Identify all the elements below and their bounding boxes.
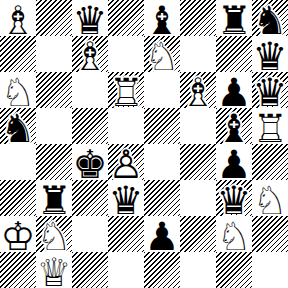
piece-halo: ♚ bbox=[0, 216, 36, 252]
square-g8[interactable]: ♜♜ bbox=[216, 0, 252, 36]
piece-halo: ♞ bbox=[0, 72, 36, 108]
piece-glyph: ♗ bbox=[0, 0, 36, 36]
piece-glyph: ♖ bbox=[252, 108, 288, 144]
piece-glyph: ♟ bbox=[216, 144, 252, 180]
piece-glyph: ♘ bbox=[252, 180, 288, 216]
square-f6[interactable]: ♝♗ bbox=[180, 72, 216, 108]
square-b2[interactable]: ♞♘ bbox=[36, 216, 72, 252]
square-a1[interactable] bbox=[0, 252, 36, 288]
piece-halo: ♝ bbox=[0, 0, 36, 36]
piece-glyph: ♜ bbox=[36, 180, 72, 216]
square-e2[interactable]: ♟♟ bbox=[144, 216, 180, 252]
square-f3[interactable] bbox=[180, 180, 216, 216]
square-d8[interactable] bbox=[108, 0, 144, 36]
black-pawn: ♟♟ bbox=[216, 144, 252, 180]
piece-halo: ♛ bbox=[252, 72, 288, 108]
piece-halo: ♜ bbox=[36, 180, 72, 216]
piece-halo: ♜ bbox=[216, 0, 252, 36]
piece-glyph: ♗ bbox=[180, 72, 216, 108]
piece-glyph: ♜ bbox=[216, 0, 252, 36]
square-e6[interactable] bbox=[144, 72, 180, 108]
piece-halo: ♜ bbox=[108, 72, 144, 108]
square-b5[interactable] bbox=[36, 108, 72, 144]
square-h3[interactable]: ♞♘ bbox=[252, 180, 288, 216]
piece-halo: ♝ bbox=[180, 72, 216, 108]
square-e3[interactable] bbox=[144, 180, 180, 216]
piece-halo: ♛ bbox=[252, 36, 288, 72]
black-queen: ♛♛ bbox=[216, 180, 252, 216]
square-a6[interactable]: ♞♘ bbox=[0, 72, 36, 108]
black-queen: ♛♛ bbox=[108, 180, 144, 216]
square-f8[interactable] bbox=[180, 0, 216, 36]
square-e5[interactable] bbox=[144, 108, 180, 144]
square-f2[interactable] bbox=[180, 216, 216, 252]
black-pawn: ♟♟ bbox=[144, 216, 180, 252]
square-e7[interactable]: ♞♘ bbox=[144, 36, 180, 72]
square-e8[interactable]: ♝♝ bbox=[144, 0, 180, 36]
piece-halo: ♟ bbox=[144, 216, 180, 252]
square-c7[interactable]: ♝♗ bbox=[72, 36, 108, 72]
square-b4[interactable] bbox=[36, 144, 72, 180]
square-b3[interactable]: ♜♜ bbox=[36, 180, 72, 216]
square-d4[interactable]: ♟♙ bbox=[108, 144, 144, 180]
black-bishop: ♝♝ bbox=[216, 108, 252, 144]
square-a3[interactable] bbox=[0, 180, 36, 216]
square-e4[interactable] bbox=[144, 144, 180, 180]
piece-glyph: ♘ bbox=[144, 36, 180, 72]
piece-halo: ♝ bbox=[216, 108, 252, 144]
square-g7[interactable] bbox=[216, 36, 252, 72]
square-d7[interactable] bbox=[108, 36, 144, 72]
square-b1[interactable]: ♛♕ bbox=[36, 252, 72, 288]
white-knight: ♞♘ bbox=[252, 180, 288, 216]
square-g3[interactable]: ♛♛ bbox=[216, 180, 252, 216]
square-h5[interactable]: ♜♖ bbox=[252, 108, 288, 144]
black-knight: ♞♞ bbox=[252, 0, 288, 36]
square-a5[interactable]: ♞♞ bbox=[0, 108, 36, 144]
piece-halo: ♞ bbox=[252, 180, 288, 216]
white-bishop: ♝♗ bbox=[72, 36, 108, 72]
piece-halo: ♝ bbox=[72, 36, 108, 72]
piece-glyph: ♛ bbox=[72, 0, 108, 36]
piece-halo: ♛ bbox=[216, 180, 252, 216]
square-f1[interactable] bbox=[180, 252, 216, 288]
white-knight: ♞♘ bbox=[144, 36, 180, 72]
piece-glyph: ♙ bbox=[108, 144, 144, 180]
piece-glyph: ♘ bbox=[216, 216, 252, 252]
piece-glyph: ♘ bbox=[0, 72, 36, 108]
square-c4[interactable]: ♚♚ bbox=[72, 144, 108, 180]
square-a2[interactable]: ♚♔ bbox=[0, 216, 36, 252]
piece-halo: ♞ bbox=[0, 108, 36, 144]
white-knight: ♞♘ bbox=[216, 216, 252, 252]
square-h6[interactable]: ♛♛ bbox=[252, 72, 288, 108]
square-g2[interactable]: ♞♘ bbox=[216, 216, 252, 252]
square-h7[interactable]: ♛♛ bbox=[252, 36, 288, 72]
white-pawn: ♟♙ bbox=[108, 144, 144, 180]
piece-glyph: ♛ bbox=[216, 180, 252, 216]
piece-glyph: ♘ bbox=[36, 216, 72, 252]
square-c5[interactable] bbox=[72, 108, 108, 144]
piece-glyph: ♛ bbox=[252, 72, 288, 108]
square-a4[interactable] bbox=[0, 144, 36, 180]
black-king: ♚♚ bbox=[72, 144, 108, 180]
piece-halo: ♞ bbox=[252, 0, 288, 36]
black-bishop: ♝♝ bbox=[144, 0, 180, 36]
piece-glyph: ♛ bbox=[108, 180, 144, 216]
square-d6[interactable]: ♜♖ bbox=[108, 72, 144, 108]
square-c3[interactable] bbox=[72, 180, 108, 216]
square-c8[interactable]: ♛♛ bbox=[72, 0, 108, 36]
piece-glyph: ♞ bbox=[0, 108, 36, 144]
piece-halo: ♞ bbox=[36, 216, 72, 252]
black-rook: ♜♜ bbox=[36, 180, 72, 216]
square-a7[interactable] bbox=[0, 36, 36, 72]
square-g4[interactable]: ♟♟ bbox=[216, 144, 252, 180]
black-rook: ♜♜ bbox=[216, 0, 252, 36]
piece-glyph: ♝ bbox=[216, 108, 252, 144]
piece-halo: ♚ bbox=[72, 144, 108, 180]
square-g1[interactable] bbox=[216, 252, 252, 288]
square-f7[interactable] bbox=[180, 36, 216, 72]
square-h8[interactable]: ♞♞ bbox=[252, 0, 288, 36]
white-king: ♚♔ bbox=[0, 216, 36, 252]
piece-glyph: ♚ bbox=[72, 144, 108, 180]
piece-glyph: ♕ bbox=[36, 252, 72, 288]
black-queen: ♛♛ bbox=[252, 36, 288, 72]
square-a8[interactable]: ♝♗ bbox=[0, 0, 36, 36]
piece-halo: ♟ bbox=[216, 72, 252, 108]
piece-glyph: ♖ bbox=[108, 72, 144, 108]
chess-board: ♝♗♛♛♝♝♜♜♞♞♝♗♞♘♛♛♞♘♜♖♝♗♟♟♛♛♞♞♝♝♜♖♚♚♟♙♟♟♜♜… bbox=[0, 0, 288, 288]
square-d2[interactable] bbox=[108, 216, 144, 252]
piece-halo: ♛ bbox=[72, 0, 108, 36]
black-knight: ♞♞ bbox=[0, 108, 36, 144]
piece-glyph: ♟ bbox=[144, 216, 180, 252]
piece-halo: ♞ bbox=[216, 216, 252, 252]
piece-glyph: ♝ bbox=[144, 0, 180, 36]
piece-glyph: ♞ bbox=[252, 0, 288, 36]
black-queen: ♛♛ bbox=[72, 0, 108, 36]
black-queen: ♛♛ bbox=[252, 72, 288, 108]
square-f5[interactable] bbox=[180, 108, 216, 144]
square-c6[interactable] bbox=[72, 72, 108, 108]
square-d1[interactable] bbox=[108, 252, 144, 288]
piece-halo: ♞ bbox=[144, 36, 180, 72]
piece-halo: ♜ bbox=[252, 108, 288, 144]
piece-halo: ♟ bbox=[216, 144, 252, 180]
square-b6[interactable] bbox=[36, 72, 72, 108]
piece-halo: ♛ bbox=[108, 180, 144, 216]
square-d3[interactable]: ♛♛ bbox=[108, 180, 144, 216]
square-b8[interactable] bbox=[36, 0, 72, 36]
square-h1[interactable] bbox=[252, 252, 288, 288]
black-pawn: ♟♟ bbox=[216, 72, 252, 108]
piece-glyph: ♗ bbox=[72, 36, 108, 72]
white-queen: ♛♕ bbox=[36, 252, 72, 288]
square-c1[interactable] bbox=[72, 252, 108, 288]
piece-halo: ♝ bbox=[144, 0, 180, 36]
square-h2[interactable] bbox=[252, 216, 288, 252]
piece-glyph: ♔ bbox=[0, 216, 36, 252]
piece-glyph: ♟ bbox=[216, 72, 252, 108]
white-knight: ♞♘ bbox=[36, 216, 72, 252]
piece-glyph: ♛ bbox=[252, 36, 288, 72]
square-f4[interactable] bbox=[180, 144, 216, 180]
white-bishop: ♝♗ bbox=[0, 0, 36, 36]
square-d5[interactable] bbox=[108, 108, 144, 144]
square-h4[interactable] bbox=[252, 144, 288, 180]
piece-halo: ♛ bbox=[36, 252, 72, 288]
square-b7[interactable] bbox=[36, 36, 72, 72]
white-bishop: ♝♗ bbox=[180, 72, 216, 108]
square-c2[interactable] bbox=[72, 216, 108, 252]
white-rook: ♜♖ bbox=[252, 108, 288, 144]
white-rook: ♜♖ bbox=[108, 72, 144, 108]
square-g6[interactable]: ♟♟ bbox=[216, 72, 252, 108]
square-e1[interactable] bbox=[144, 252, 180, 288]
piece-halo: ♟ bbox=[108, 144, 144, 180]
white-knight: ♞♘ bbox=[0, 72, 36, 108]
square-g5[interactable]: ♝♝ bbox=[216, 108, 252, 144]
